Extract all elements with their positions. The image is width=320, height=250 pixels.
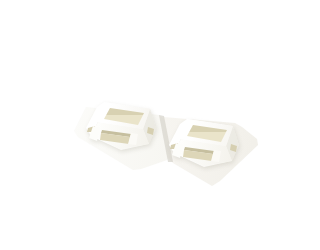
product-photo	[40, 16, 290, 250]
cable-tie-mount-right-saddle	[169, 115, 239, 177]
cable-tie-mount-left-saddle	[86, 98, 156, 160]
